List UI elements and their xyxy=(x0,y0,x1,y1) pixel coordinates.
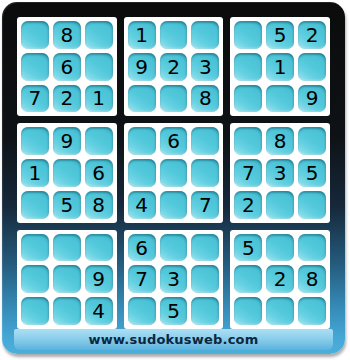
cell-r9c2[interactable] xyxy=(53,297,81,325)
cell-r4c3[interactable] xyxy=(85,127,113,155)
cell-r1c3[interactable] xyxy=(85,21,113,49)
cell-r8c1[interactable] xyxy=(21,265,49,293)
cell-r5c6[interactable] xyxy=(191,159,219,187)
cell-r7c5[interactable] xyxy=(160,234,188,262)
cell-r9c3[interactable]: 4 xyxy=(85,297,113,325)
cell-r1c9[interactable]: 2 xyxy=(298,21,326,49)
cell-r4c8[interactable]: 8 xyxy=(266,127,294,155)
cell-r9c5[interactable]: 5 xyxy=(160,297,188,325)
box-2-3: 87352 xyxy=(230,123,330,222)
cell-r3c6[interactable]: 8 xyxy=(191,85,219,113)
cell-r4c6[interactable] xyxy=(191,127,219,155)
cell-r6c1[interactable] xyxy=(21,191,49,219)
cell-r1c1[interactable] xyxy=(21,21,49,49)
cell-r2c5[interactable]: 2 xyxy=(160,53,188,81)
cell-r4c1[interactable] xyxy=(21,127,49,155)
cell-r8c4[interactable]: 7 xyxy=(128,265,156,293)
cell-r8c9[interactable]: 8 xyxy=(298,265,326,293)
cell-r2c4[interactable]: 9 xyxy=(128,53,156,81)
box-2-2: 647 xyxy=(124,123,224,222)
cell-r7c3[interactable] xyxy=(85,234,113,262)
cell-r9c8[interactable] xyxy=(266,297,294,325)
cell-r1c5[interactable] xyxy=(160,21,188,49)
cell-r8c7[interactable] xyxy=(234,265,262,293)
cell-r6c8[interactable] xyxy=(266,191,294,219)
cell-r8c2[interactable] xyxy=(53,265,81,293)
cell-r4c9[interactable] xyxy=(298,127,326,155)
cell-r5c5[interactable] xyxy=(160,159,188,187)
cell-r6c2[interactable]: 5 xyxy=(53,191,81,219)
box-3-1: 94 xyxy=(17,230,117,329)
site-url-link[interactable]: www.sudokusweb.com xyxy=(89,332,259,347)
cell-r4c4[interactable] xyxy=(128,127,156,155)
box-1-2: 19238 xyxy=(124,17,224,116)
cell-r8c8[interactable]: 2 xyxy=(266,265,294,293)
cell-r9c9[interactable] xyxy=(298,297,326,325)
cell-r5c2[interactable] xyxy=(53,159,81,187)
cell-r7c8[interactable] xyxy=(266,234,294,262)
box-2-1: 91658 xyxy=(17,123,117,222)
cell-r9c1[interactable] xyxy=(21,297,49,325)
cell-r1c6[interactable] xyxy=(191,21,219,49)
cell-r3c7[interactable] xyxy=(234,85,262,113)
cell-r3c1[interactable]: 7 xyxy=(21,85,49,113)
cell-r1c2[interactable]: 8 xyxy=(53,21,81,49)
cell-r3c5[interactable] xyxy=(160,85,188,113)
cell-r6c6[interactable]: 7 xyxy=(191,191,219,219)
box-3-3: 528 xyxy=(230,230,330,329)
sudoku-board-frame: 867211923852199165864787352946735528 www… xyxy=(2,2,345,354)
cell-r2c9[interactable] xyxy=(298,53,326,81)
cell-r7c4[interactable]: 6 xyxy=(128,234,156,262)
cell-r2c1[interactable] xyxy=(21,53,49,81)
cell-r3c9[interactable]: 9 xyxy=(298,85,326,113)
box-1-1: 86721 xyxy=(17,17,117,116)
cell-r2c8[interactable]: 1 xyxy=(266,53,294,81)
cell-r7c7[interactable]: 5 xyxy=(234,234,262,262)
cell-r4c7[interactable] xyxy=(234,127,262,155)
cell-r3c3[interactable]: 1 xyxy=(85,85,113,113)
footer-band: www.sudokusweb.com xyxy=(14,329,333,350)
cell-r9c6[interactable] xyxy=(191,297,219,325)
cell-r9c7[interactable] xyxy=(234,297,262,325)
cell-r1c7[interactable] xyxy=(234,21,262,49)
cell-r3c8[interactable] xyxy=(266,85,294,113)
cell-r6c9[interactable] xyxy=(298,191,326,219)
cell-r7c6[interactable] xyxy=(191,234,219,262)
cell-r7c2[interactable] xyxy=(53,234,81,262)
cell-r1c8[interactable]: 5 xyxy=(266,21,294,49)
cell-r5c9[interactable]: 5 xyxy=(298,159,326,187)
cell-r2c3[interactable] xyxy=(85,53,113,81)
cell-r7c1[interactable] xyxy=(21,234,49,262)
sudoku-grid: 867211923852199165864787352946735528 xyxy=(17,17,330,329)
cell-r6c7[interactable]: 2 xyxy=(234,191,262,219)
cell-r6c5[interactable] xyxy=(160,191,188,219)
cell-r9c4[interactable] xyxy=(128,297,156,325)
cell-r6c3[interactable]: 8 xyxy=(85,191,113,219)
cell-r4c2[interactable]: 9 xyxy=(53,127,81,155)
cell-r2c7[interactable] xyxy=(234,53,262,81)
cell-r6c4[interactable]: 4 xyxy=(128,191,156,219)
cell-r7c9[interactable] xyxy=(298,234,326,262)
cell-r1c4[interactable]: 1 xyxy=(128,21,156,49)
cell-r5c8[interactable]: 3 xyxy=(266,159,294,187)
cell-r3c4[interactable] xyxy=(128,85,156,113)
cell-r8c3[interactable]: 9 xyxy=(85,265,113,293)
cell-r3c2[interactable]: 2 xyxy=(53,85,81,113)
cell-r2c6[interactable]: 3 xyxy=(191,53,219,81)
cell-r5c1[interactable]: 1 xyxy=(21,159,49,187)
cell-r4c5[interactable]: 6 xyxy=(160,127,188,155)
cell-r8c5[interactable]: 3 xyxy=(160,265,188,293)
cell-r5c7[interactable]: 7 xyxy=(234,159,262,187)
cell-r5c3[interactable]: 6 xyxy=(85,159,113,187)
box-1-3: 5219 xyxy=(230,17,330,116)
cell-r5c4[interactable] xyxy=(128,159,156,187)
cell-r8c6[interactable] xyxy=(191,265,219,293)
box-3-2: 6735 xyxy=(124,230,224,329)
cell-r2c2[interactable]: 6 xyxy=(53,53,81,81)
